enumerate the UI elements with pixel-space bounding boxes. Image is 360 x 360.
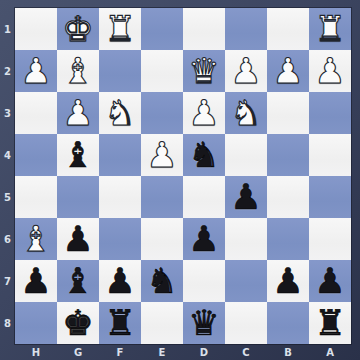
square-g3[interactable]: ♟: [57, 92, 99, 134]
square-h4[interactable]: [15, 134, 57, 176]
square-g4[interactable]: ♝: [57, 134, 99, 176]
rank-label-2: 2: [0, 50, 15, 92]
chess-app-window: ♚♜♜♟♝♛♟♟♟♟♞♟♞♝♟♞♟♝♟♟♟♝♟♞♟♟♚♜♛♜ 12345678H…: [0, 0, 360, 360]
rank-label-4: 4: [0, 134, 15, 176]
square-a3[interactable]: [309, 92, 351, 134]
piece-white-queen: ♛: [183, 50, 225, 92]
piece-black-pawn: ♟: [225, 176, 267, 218]
square-g8[interactable]: ♚: [57, 302, 99, 344]
square-b1[interactable]: [267, 8, 309, 50]
rank-label-6: 6: [0, 218, 15, 260]
square-h8[interactable]: [15, 302, 57, 344]
piece-white-pawn: ♟: [267, 50, 309, 92]
piece-black-bishop: ♝: [57, 260, 99, 302]
square-e2[interactable]: [141, 50, 183, 92]
file-label-d: D: [183, 344, 225, 360]
square-b3[interactable]: [267, 92, 309, 134]
square-b5[interactable]: [267, 176, 309, 218]
square-c5[interactable]: ♟: [225, 176, 267, 218]
piece-black-pawn: ♟: [57, 218, 99, 260]
square-h5[interactable]: [15, 176, 57, 218]
square-g5[interactable]: [57, 176, 99, 218]
piece-black-pawn: ♟: [267, 260, 309, 302]
square-c8[interactable]: [225, 302, 267, 344]
square-a6[interactable]: [309, 218, 351, 260]
rank-label-7: 7: [0, 260, 15, 302]
square-f5[interactable]: [99, 176, 141, 218]
file-label-a: A: [309, 344, 351, 360]
square-c6[interactable]: [225, 218, 267, 260]
piece-white-rook: ♜: [99, 8, 141, 50]
piece-black-rook: ♜: [309, 302, 351, 344]
square-b4[interactable]: [267, 134, 309, 176]
rank-label-3: 3: [0, 92, 15, 134]
square-h7[interactable]: ♟: [15, 260, 57, 302]
square-c4[interactable]: [225, 134, 267, 176]
file-label-h: H: [15, 344, 57, 360]
square-f8[interactable]: ♜: [99, 302, 141, 344]
piece-black-pawn: ♟: [183, 218, 225, 260]
square-g7[interactable]: ♝: [57, 260, 99, 302]
file-label-g: G: [57, 344, 99, 360]
rank-label-8: 8: [0, 302, 15, 344]
piece-white-pawn: ♟: [309, 50, 351, 92]
square-a5[interactable]: [309, 176, 351, 218]
file-label-e: E: [141, 344, 183, 360]
square-f3[interactable]: ♞: [99, 92, 141, 134]
square-a4[interactable]: [309, 134, 351, 176]
piece-black-king: ♚: [57, 302, 99, 344]
square-e6[interactable]: [141, 218, 183, 260]
square-a2[interactable]: ♟: [309, 50, 351, 92]
piece-black-queen: ♛: [183, 302, 225, 344]
piece-white-pawn: ♟: [141, 134, 183, 176]
square-e7[interactable]: ♞: [141, 260, 183, 302]
piece-white-pawn: ♟: [15, 50, 57, 92]
square-f6[interactable]: [99, 218, 141, 260]
piece-black-bishop: ♝: [57, 134, 99, 176]
piece-black-knight: ♞: [141, 260, 183, 302]
square-c2[interactable]: ♟: [225, 50, 267, 92]
piece-white-knight: ♞: [99, 92, 141, 134]
square-b7[interactable]: ♟: [267, 260, 309, 302]
chess-board: ♚♜♜♟♝♛♟♟♟♟♞♟♞♝♟♞♟♝♟♟♟♝♟♞♟♟♚♜♛♜: [15, 8, 351, 344]
square-d4[interactable]: ♞: [183, 134, 225, 176]
piece-white-pawn: ♟: [183, 92, 225, 134]
file-label-c: C: [225, 344, 267, 360]
square-f4[interactable]: [99, 134, 141, 176]
square-c1[interactable]: [225, 8, 267, 50]
square-f7[interactable]: ♟: [99, 260, 141, 302]
piece-black-knight: ♞: [183, 134, 225, 176]
square-e8[interactable]: [141, 302, 183, 344]
piece-white-bishop: ♝: [15, 218, 57, 260]
square-d1[interactable]: [183, 8, 225, 50]
square-e1[interactable]: [141, 8, 183, 50]
square-h1[interactable]: [15, 8, 57, 50]
square-g6[interactable]: ♟: [57, 218, 99, 260]
piece-white-pawn: ♟: [57, 92, 99, 134]
square-d8[interactable]: ♛: [183, 302, 225, 344]
square-a1[interactable]: ♜: [309, 8, 351, 50]
square-f2[interactable]: [99, 50, 141, 92]
rank-label-5: 5: [0, 176, 15, 218]
file-label-b: B: [267, 344, 309, 360]
square-f1[interactable]: ♜: [99, 8, 141, 50]
square-g2[interactable]: ♝: [57, 50, 99, 92]
piece-white-king: ♚: [57, 8, 99, 50]
square-e5[interactable]: [141, 176, 183, 218]
square-d7[interactable]: [183, 260, 225, 302]
square-g1[interactable]: ♚: [57, 8, 99, 50]
square-a7[interactable]: ♟: [309, 260, 351, 302]
square-a8[interactable]: ♜: [309, 302, 351, 344]
square-e3[interactable]: [141, 92, 183, 134]
square-d3[interactable]: ♟: [183, 92, 225, 134]
square-h3[interactable]: [15, 92, 57, 134]
square-d5[interactable]: [183, 176, 225, 218]
piece-black-pawn: ♟: [15, 260, 57, 302]
square-e4[interactable]: ♟: [141, 134, 183, 176]
file-label-f: F: [99, 344, 141, 360]
square-b8[interactable]: [267, 302, 309, 344]
piece-black-pawn: ♟: [99, 260, 141, 302]
piece-white-knight: ♞: [225, 92, 267, 134]
piece-white-rook: ♜: [309, 8, 351, 50]
piece-black-pawn: ♟: [309, 260, 351, 302]
square-d6[interactable]: ♟: [183, 218, 225, 260]
square-d2[interactable]: ♛: [183, 50, 225, 92]
square-b6[interactable]: [267, 218, 309, 260]
square-h2[interactable]: ♟: [15, 50, 57, 92]
square-h6[interactable]: ♝: [15, 218, 57, 260]
piece-white-pawn: ♟: [225, 50, 267, 92]
square-b2[interactable]: ♟: [267, 50, 309, 92]
square-c7[interactable]: [225, 260, 267, 302]
piece-white-bishop: ♝: [57, 50, 99, 92]
piece-black-rook: ♜: [99, 302, 141, 344]
square-c3[interactable]: ♞: [225, 92, 267, 134]
rank-label-1: 1: [0, 8, 15, 50]
